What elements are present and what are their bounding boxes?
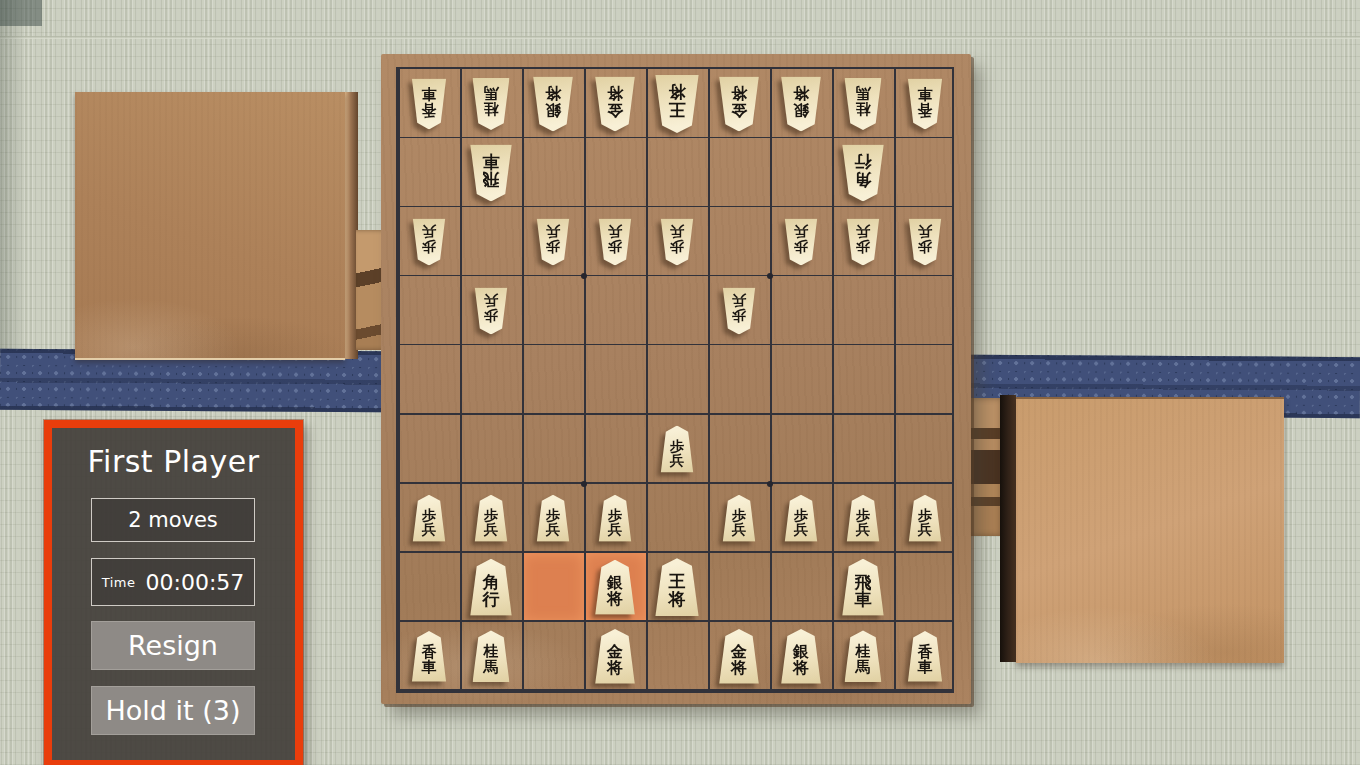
piece-kanji: 歩 [484,307,498,322]
resign-button-label: Resign [128,630,218,661]
piece-kanji: 歩 [422,238,436,253]
piece-kanji: 車 [422,84,437,100]
captured-pieces-stand-sente[interactable] [1016,397,1284,663]
hold-button-label: Hold it (3) [106,695,241,726]
piece-pawn-sente-6g[interactable]: 歩兵 [597,495,633,542]
piece-rook-sente-2h[interactable]: 飛車 [840,559,886,616]
piece-kanji: 将 [731,660,747,677]
piece-kanji: 王 [669,573,686,591]
piece-silver-gote-3a[interactable]: 銀将 [779,76,823,131]
tatami-corner-shade [0,0,42,26]
piece-kanji: 兵 [484,293,498,308]
piece-kanji: 銀 [793,100,809,117]
piece-kanji: 馬 [484,660,499,676]
piece-lance-sente-9i[interactable]: 香車 [410,631,448,682]
piece-kanji: 将 [669,82,686,100]
piece-kanji: 銀 [545,100,561,117]
piece-kanji: 車 [855,591,872,609]
piece-gold-sente-4i[interactable]: 金将 [717,629,761,684]
piece-kanji: 兵 [608,224,622,239]
piece-pawn-sente-9g[interactable]: 歩兵 [411,495,447,542]
player-info-panel: First Player 2 moves Time 00:00:57 Resig… [44,420,303,765]
piece-king-gote-5a[interactable]: 王将 [653,75,701,133]
piece-kanji: 歩 [608,507,622,522]
piece-rook-gote-8b[interactable]: 飛車 [468,144,514,201]
piece-lance-gote-1a[interactable]: 香車 [906,78,944,129]
piece-kanji: 兵 [670,224,684,239]
piece-knight-sente-8i[interactable]: 桂馬 [471,630,512,682]
piece-kanji: 馬 [856,660,871,676]
piece-kanji: 歩 [918,507,932,522]
piece-kanji: 将 [793,83,809,100]
hold-button[interactable]: Hold it (3) [91,686,255,735]
piece-kanji: 歩 [422,507,436,522]
piece-kanji: 車 [483,151,500,169]
piece-kanji: 兵 [546,522,560,537]
piece-pawn-sente-5f[interactable]: 歩兵 [659,426,695,473]
piece-pawn-sente-1g[interactable]: 歩兵 [907,495,943,542]
piece-pawn-sente-7g[interactable]: 歩兵 [535,495,571,542]
piece-kanji: 馬 [856,84,871,100]
piece-kanji: 将 [793,660,809,677]
shogi-board[interactable]: 香車桂馬銀将金将王将金将銀将桂馬香車飛車角行歩兵歩兵歩兵歩兵歩兵歩兵歩兵歩兵歩兵… [381,54,971,704]
piece-kanji: 桂 [856,100,871,116]
piece-knight-sente-2i[interactable]: 桂馬 [843,630,884,682]
piece-kanji: 将 [607,83,623,100]
piece-kanji: 金 [607,100,623,117]
tatami-seam [0,36,1360,39]
piece-pawn-sente-3g[interactable]: 歩兵 [783,495,819,542]
piece-pawn-gote-4d[interactable]: 歩兵 [721,287,757,334]
piece-pawn-gote-2c[interactable]: 歩兵 [845,218,881,265]
piece-kanji: 歩 [856,238,870,253]
piece-kanji: 兵 [794,224,808,239]
piece-gold-gote-6a[interactable]: 金将 [593,76,637,131]
piece-pawn-gote-3c[interactable]: 歩兵 [783,218,819,265]
piece-kanji: 王 [669,100,686,118]
piece-kanji: 歩 [732,507,746,522]
piece-pawn-gote-5c[interactable]: 歩兵 [659,218,695,265]
piece-kanji: 桂 [484,100,499,116]
piece-kanji: 将 [731,83,747,100]
piece-knight-gote-2a[interactable]: 桂馬 [843,78,884,130]
piece-silver-sente-6h[interactable]: 銀将 [593,560,637,615]
piece-kanji: 金 [731,100,747,117]
piece-pawn-sente-4g[interactable]: 歩兵 [721,495,757,542]
move-counter: 2 moves [91,498,255,542]
piece-lance-sente-1i[interactable]: 香車 [906,631,944,682]
piece-kanji: 歩 [546,238,560,253]
piece-kanji: 歩 [670,438,684,453]
piece-kanji: 歩 [794,238,808,253]
piece-kanji: 将 [545,83,561,100]
move-counter-value: 2 moves [128,508,218,532]
piece-kanji: 歩 [794,507,808,522]
piece-pawn-gote-8d[interactable]: 歩兵 [473,287,509,334]
piece-kanji: 兵 [732,522,746,537]
piece-kanji: 兵 [670,453,684,468]
tatami-left-edge [0,0,26,352]
piece-kanji: 行 [855,151,872,169]
piece-kanji: 歩 [546,507,560,522]
piece-kanji: 兵 [856,224,870,239]
piece-kanji: 兵 [484,522,498,537]
piece-kanji: 将 [607,660,623,677]
piece-pawn-sente-2g[interactable]: 歩兵 [845,495,881,542]
player-title: First Player [52,444,295,479]
sente-stand-side-edge [1000,395,1016,662]
piece-pawn-gote-7c[interactable]: 歩兵 [535,218,571,265]
piece-pawn-sente-8g[interactable]: 歩兵 [473,495,509,542]
time-label: Time [102,575,136,590]
piece-kanji: 車 [918,660,933,676]
piece-kanji: 行 [483,591,500,609]
piece-kanji: 兵 [422,224,436,239]
piece-kanji: 兵 [422,522,436,537]
piece-bishop-gote-2b[interactable]: 角行 [840,144,886,201]
game-scene: 香車桂馬銀将金将王将金将銀将桂馬香車飛車角行歩兵歩兵歩兵歩兵歩兵歩兵歩兵歩兵歩兵… [0,0,1360,765]
piece-kanji: 車 [422,660,437,676]
time-value: 00:00:57 [146,570,245,595]
piece-king-sente-5h[interactable]: 王将 [653,558,701,616]
resign-button[interactable]: Resign [91,621,255,670]
star-point [767,481,773,487]
piece-pawn-gote-9c[interactable]: 歩兵 [411,218,447,265]
board-leg-right [971,398,1001,536]
piece-kanji: 兵 [794,522,808,537]
piece-gold-sente-6i[interactable]: 金将 [593,629,637,684]
piece-gold-gote-4a[interactable]: 金将 [717,76,761,131]
piece-kanji: 兵 [856,522,870,537]
captured-pieces-stand-gote[interactable] [75,92,345,360]
piece-pawn-gote-6c[interactable]: 歩兵 [597,218,633,265]
piece-kanji: 歩 [670,238,684,253]
piece-lance-gote-9a[interactable]: 香車 [410,78,448,129]
piece-kanji: 馬 [484,84,499,100]
game-clock: Time 00:00:57 [91,558,255,606]
piece-bishop-sente-8h[interactable]: 角行 [468,559,514,616]
piece-pawn-gote-1c[interactable]: 歩兵 [907,218,943,265]
piece-kanji: 兵 [732,293,746,308]
piece-kanji: 車 [918,84,933,100]
piece-kanji: 歩 [918,238,932,253]
piece-kanji: 角 [855,169,872,187]
piece-kanji: 将 [607,591,623,608]
piece-kanji: 歩 [484,507,498,522]
piece-kanji: 歩 [732,307,746,322]
piece-silver-gote-7a[interactable]: 銀将 [531,76,575,131]
piece-kanji: 兵 [608,522,622,537]
star-point [581,481,587,487]
piece-kanji: 兵 [546,224,560,239]
piece-kanji: 飛 [483,169,500,187]
piece-kanji: 歩 [856,507,870,522]
piece-kanji: 兵 [918,224,932,239]
piece-knight-gote-8a[interactable]: 桂馬 [471,78,512,130]
piece-silver-sente-3i[interactable]: 銀将 [779,629,823,684]
piece-kanji: 兵 [918,522,932,537]
piece-kanji: 歩 [608,238,622,253]
board-grid[interactable]: 香車桂馬銀将金将王将金将銀将桂馬香車飛車角行歩兵歩兵歩兵歩兵歩兵歩兵歩兵歩兵歩兵… [396,67,954,693]
piece-kanji: 将 [669,591,686,609]
